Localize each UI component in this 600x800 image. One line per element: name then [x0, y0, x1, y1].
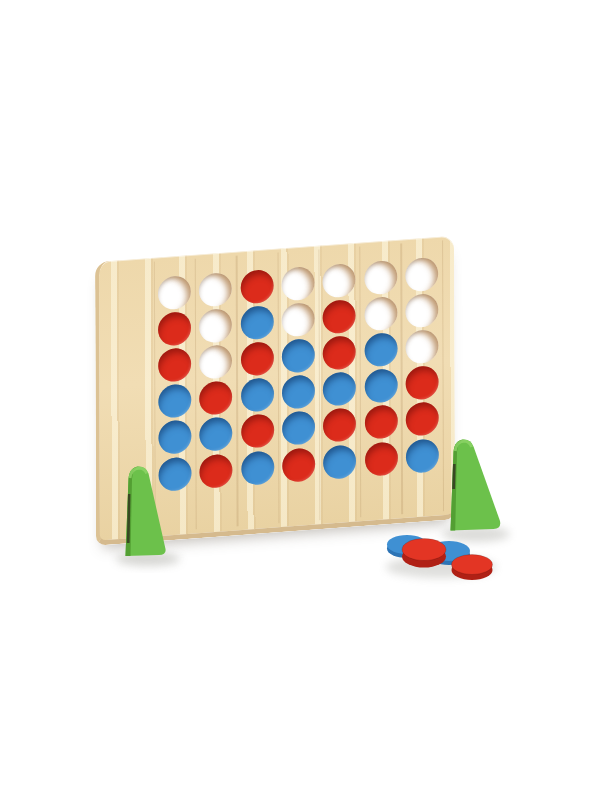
right-stand-slot — [452, 464, 456, 489]
loose-disc-red-2 — [452, 555, 493, 581]
product-photo — [0, 0, 600, 800]
right-stand — [451, 440, 501, 531]
right-stand-front — [451, 440, 501, 531]
left-stand — [126, 467, 166, 557]
loose-disc-red-1 — [402, 539, 446, 568]
foreground-elements — [0, 0, 600, 800]
